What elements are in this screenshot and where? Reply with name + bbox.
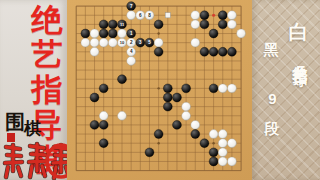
- black-stone: [108, 20, 117, 29]
- white-stone: [90, 29, 99, 38]
- white-player-name: 绝艺指导F: [290, 54, 309, 81]
- black-stone: [99, 84, 108, 93]
- white-stone: [99, 111, 108, 120]
- move-number: 5: [148, 40, 151, 45]
- black-stone: [200, 20, 209, 29]
- white-stone: [191, 38, 200, 47]
- black-stone: [173, 93, 182, 102]
- white-stone: [127, 56, 136, 65]
- title-char: 绝: [32, 2, 63, 37]
- white-stone: [227, 20, 236, 29]
- white-stone: [218, 148, 227, 157]
- black-stone: [200, 139, 209, 148]
- move-number: 6: [139, 13, 142, 18]
- left-caption-panel: 绝艺指导棋 围 棋: [0, 0, 67, 180]
- title-char: 艺: [32, 37, 63, 72]
- white-stone: [191, 11, 200, 20]
- white-stone: [118, 111, 127, 120]
- move-number: 7: [130, 4, 133, 9]
- black-player-label: 黑: [261, 30, 280, 32]
- logo-char-qi: 棋: [24, 117, 41, 140]
- white-stone: [182, 102, 191, 111]
- white-stone: [191, 120, 200, 129]
- black-stone: [209, 84, 218, 93]
- white-stone: [127, 11, 136, 20]
- black-stone: [163, 93, 172, 102]
- white-stone: [191, 20, 200, 29]
- white-stone: [81, 38, 90, 47]
- white-stone: [90, 47, 99, 56]
- player-info-panel: 白 黑 绝艺指导F 9段: [252, 0, 320, 180]
- move-number: 4: [130, 49, 133, 54]
- black-stone: [154, 20, 163, 29]
- white-stone: [218, 139, 227, 148]
- white-stone: [218, 130, 227, 139]
- black-stone: [118, 75, 127, 84]
- black-stone: [200, 11, 209, 20]
- black-stone: [99, 29, 108, 38]
- black-stone: [209, 157, 218, 166]
- black-stone: [218, 47, 227, 56]
- black-player-rank: 9段: [262, 90, 281, 111]
- white-stone: [182, 111, 191, 120]
- title-char: 指: [32, 72, 63, 107]
- move-number: 10: [120, 40, 125, 45]
- black-stone: [163, 84, 172, 93]
- black-stone: [209, 148, 218, 157]
- white-stone: [218, 157, 227, 166]
- black-stone: [191, 130, 200, 139]
- move-number: 2: [130, 40, 133, 45]
- black-stone: [182, 84, 191, 93]
- white-stone: [218, 84, 227, 93]
- black-stone: [154, 130, 163, 139]
- move-number: 3: [139, 40, 142, 45]
- black-stone: [209, 29, 218, 38]
- black-stone: [81, 29, 90, 38]
- red-dot-marker: [212, 14, 215, 17]
- black-stone: [154, 47, 163, 56]
- black-stone: [145, 148, 154, 157]
- white-stone: [90, 38, 99, 47]
- white-player-label: 白: [286, 6, 313, 8]
- move-number: 1: [130, 31, 133, 36]
- white-stone: [227, 11, 236, 20]
- go-board-svg: 768111102354: [67, 0, 252, 180]
- black-stone: [218, 20, 227, 29]
- go-board: 768111102354: [67, 0, 252, 180]
- white-stone: [108, 38, 117, 47]
- black-stone: [99, 120, 108, 129]
- white-stone: [154, 38, 163, 47]
- white-stone: [227, 139, 236, 148]
- black-stone: [209, 47, 218, 56]
- black-stone: [227, 47, 236, 56]
- black-stone: [90, 120, 99, 129]
- white-square-marker: [165, 13, 170, 18]
- black-stone: [90, 93, 99, 102]
- white-stone: [227, 157, 236, 166]
- white-stone: [99, 38, 108, 47]
- white-stone: [209, 130, 218, 139]
- white-stone: [227, 84, 236, 93]
- black-stone: [200, 47, 209, 56]
- thumbnail-stage: 绝艺指导棋 围 棋 768111102354 白 黑 绝艺指导F: [0, 0, 320, 180]
- black-stone: [99, 20, 108, 29]
- white-stone: [118, 29, 127, 38]
- white-stone: [237, 29, 246, 38]
- black-stone: [218, 11, 227, 20]
- black-stone: [99, 139, 108, 148]
- move-number: 8: [148, 13, 151, 18]
- black-stone: [163, 102, 172, 111]
- black-stone: [173, 120, 182, 129]
- logo-char-wei: 围: [5, 109, 25, 136]
- black-stone: [108, 29, 117, 38]
